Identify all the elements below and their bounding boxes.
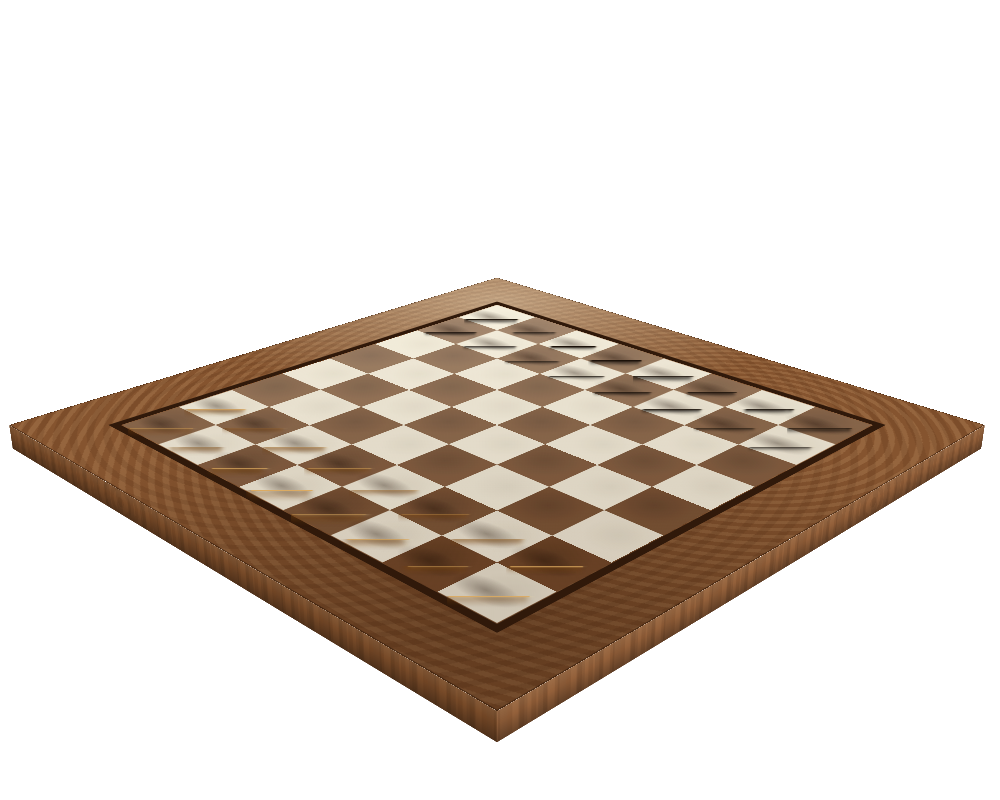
piece-shadow [258,428,333,460]
square-d3[interactable] [352,425,449,465]
piece-shadow [219,409,291,439]
board-scene: ♜♞♝♛♚♝♞♜♟♟♟♟♟♟♟♟♟♟♟♟♟♟♟♟♜♞♝♛♚♝♞♜ [152,80,842,770]
square-g6[interactable] [642,425,739,465]
black-knight-icon: ♞ [492,259,570,346]
piece-shadow [182,392,251,420]
chess-set-photo: { "game": "chess", "view": "perspective … [0,0,1000,800]
piece-shadow [126,409,196,439]
chess-board: ♜♞♝♛♚♝♞♜♟♟♟♟♟♟♟♟♟♟♟♟♟♟♟♟♜♞♝♛♚♝♞♜ [9,278,985,711]
square-f6[interactable] [591,407,685,444]
piece-shadow [299,447,377,481]
square-a2[interactable]: ♟ [179,390,270,425]
photo-backdrop: ♜♞♝♛♚♝♞♜♟♟♟♟♟♟♟♟♟♟♟♟♟♟♟♟♜♞♝♛♚♝♞♜ [0,0,1000,800]
